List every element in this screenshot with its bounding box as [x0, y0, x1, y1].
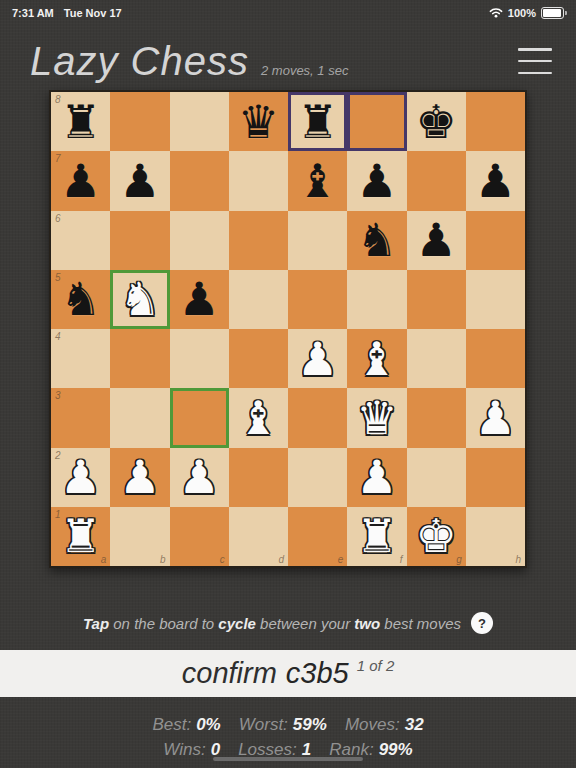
- file-label: f: [400, 554, 403, 565]
- rank-label: 8: [55, 94, 61, 105]
- black-queen: ♛: [238, 99, 279, 145]
- square-a4[interactable]: 4: [51, 329, 110, 388]
- square-h3[interactable]: ♟: [466, 388, 525, 447]
- file-label: g: [456, 554, 462, 565]
- rank-label: 3: [55, 390, 61, 401]
- square-f8[interactable]: [347, 92, 406, 151]
- square-a1[interactable]: 1a♜: [51, 507, 110, 566]
- square-a6[interactable]: 6: [51, 211, 110, 270]
- stat-label: Worst:: [239, 715, 288, 734]
- square-h7[interactable]: ♟: [466, 151, 525, 210]
- square-b6[interactable]: [110, 211, 169, 270]
- square-g8[interactable]: ♚: [407, 92, 466, 151]
- square-c8[interactable]: [170, 92, 229, 151]
- help-button[interactable]: ?: [471, 612, 493, 634]
- white-rook: ♜: [356, 513, 397, 559]
- square-f7[interactable]: ♟: [347, 151, 406, 210]
- confirm-action-label: confirm: [182, 657, 277, 690]
- square-h2[interactable]: [466, 448, 525, 507]
- white-king: ♚: [416, 513, 457, 559]
- app-subtitle: 2 moves, 1 sec: [261, 63, 348, 78]
- black-pawn: ♟: [179, 276, 220, 322]
- status-bar: 7:31 AM Tue Nov 17 100%: [0, 0, 576, 24]
- black-knight: ♞: [60, 276, 101, 322]
- square-f5[interactable]: [347, 270, 406, 329]
- square-f3[interactable]: ♛: [347, 388, 406, 447]
- square-d1[interactable]: d: [229, 507, 288, 566]
- square-g5[interactable]: [407, 270, 466, 329]
- white-pawn: ♟: [356, 454, 397, 500]
- square-h5[interactable]: [466, 270, 525, 329]
- file-label: e: [338, 554, 344, 565]
- stats-panel: Best:0%Worst:59%Moves:32Wins:0Losses:1Ra…: [0, 712, 576, 762]
- clock: 7:31 AM: [12, 7, 54, 19]
- black-pawn: ♟: [119, 158, 160, 204]
- white-pawn: ♟: [179, 454, 220, 500]
- square-a5[interactable]: 5♞: [51, 270, 110, 329]
- stats-row: Best:0%Worst:59%Moves:32: [0, 712, 576, 737]
- question-icon: ?: [478, 616, 486, 631]
- square-e4[interactable]: ♟: [288, 329, 347, 388]
- instruction-segment: on the board to: [109, 615, 218, 632]
- instruction-segment: Tap: [83, 615, 109, 632]
- square-e6[interactable]: [288, 211, 347, 270]
- rank-label: 6: [55, 213, 61, 224]
- battery-percent: 100%: [508, 7, 536, 19]
- stat-value: 59%: [293, 715, 327, 734]
- date: Tue Nov 17: [64, 7, 122, 19]
- square-a3[interactable]: 3: [51, 388, 110, 447]
- square-d5[interactable]: [229, 270, 288, 329]
- square-h6[interactable]: [466, 211, 525, 270]
- square-b4[interactable]: [110, 329, 169, 388]
- black-pawn: ♟: [60, 158, 101, 204]
- square-g4[interactable]: [407, 329, 466, 388]
- black-rook: ♜: [297, 99, 338, 145]
- square-e3[interactable]: [288, 388, 347, 447]
- white-rook: ♜: [60, 513, 101, 559]
- black-pawn: ♟: [475, 158, 516, 204]
- rank-label: 1: [55, 509, 61, 520]
- black-pawn: ♟: [356, 158, 397, 204]
- square-f4[interactable]: ♝: [347, 329, 406, 388]
- white-pawn: ♟: [119, 454, 160, 500]
- move-counter: 1 of 2: [357, 657, 395, 674]
- white-bishop: ♝: [238, 395, 279, 441]
- square-d2[interactable]: [229, 448, 288, 507]
- square-f6[interactable]: ♞: [347, 211, 406, 270]
- square-f2[interactable]: ♟: [347, 448, 406, 507]
- white-bishop: ♝: [356, 336, 397, 382]
- square-a2[interactable]: 2♟: [51, 448, 110, 507]
- square-b2[interactable]: ♟: [110, 448, 169, 507]
- file-label: h: [515, 554, 521, 565]
- file-label: d: [278, 554, 284, 565]
- square-c2[interactable]: ♟: [170, 448, 229, 507]
- stat-value: 0%: [196, 715, 221, 734]
- square-b1[interactable]: b: [110, 507, 169, 566]
- home-indicator[interactable]: [213, 757, 363, 761]
- square-a7[interactable]: 7♟: [51, 151, 110, 210]
- white-pawn: ♟: [297, 336, 338, 382]
- square-c1[interactable]: c: [170, 507, 229, 566]
- rank-label: 4: [55, 331, 61, 342]
- file-label: b: [160, 554, 166, 565]
- stat-value: 99%: [379, 740, 413, 759]
- instruction-segment: between your: [256, 615, 354, 632]
- instruction-segment: best moves: [380, 615, 461, 632]
- square-f1[interactable]: f♜: [347, 507, 406, 566]
- chess-board[interactable]: 8♜♛♜♚7♟♟♝♟♟6♞♟5♞♞♟4♟♝3♝♛♟2♟♟♟♟1a♜bcdef♜g…: [49, 90, 527, 568]
- instruction-segment: cycle: [218, 615, 256, 632]
- rank-label: 7: [55, 153, 61, 164]
- wifi-icon: [489, 7, 503, 20]
- square-b7[interactable]: ♟: [110, 151, 169, 210]
- instruction-bar: Tap on the board to cycle between your t…: [0, 612, 576, 634]
- square-b5[interactable]: ♞: [110, 270, 169, 329]
- stat-value: 32: [405, 715, 424, 734]
- stat-label: Best:: [152, 715, 191, 734]
- stat-pair: Moves:32: [345, 715, 424, 734]
- white-knight: ♞: [119, 276, 160, 322]
- square-d8[interactable]: ♛: [229, 92, 288, 151]
- square-a8[interactable]: 8♜: [51, 92, 110, 151]
- square-g2[interactable]: [407, 448, 466, 507]
- stat-label: Moves:: [345, 715, 400, 734]
- rank-label: 2: [55, 450, 61, 461]
- square-c4[interactable]: [170, 329, 229, 388]
- square-c7[interactable]: [170, 151, 229, 210]
- square-e7[interactable]: ♝: [288, 151, 347, 210]
- confirm-move-button[interactable]: confirm c3b5 1 of 2: [0, 650, 576, 697]
- confirm-move-text: c3b5: [286, 657, 349, 690]
- app-title: Lazy Chess: [30, 39, 249, 84]
- square-e8[interactable]: ♜: [288, 92, 347, 151]
- square-d7[interactable]: [229, 151, 288, 210]
- white-queen: ♛: [356, 395, 397, 441]
- app-screen: 7:31 AM Tue Nov 17 100% Lazy Chess 2 mov…: [0, 0, 576, 768]
- square-e1[interactable]: e: [288, 507, 347, 566]
- file-label: a: [101, 554, 107, 565]
- square-c3[interactable]: [170, 388, 229, 447]
- white-pawn: ♟: [60, 454, 101, 500]
- white-pawn: ♟: [475, 395, 516, 441]
- black-king: ♚: [416, 99, 457, 145]
- black-pawn: ♟: [416, 217, 457, 263]
- instruction-text: Tap on the board to cycle between your t…: [83, 615, 461, 632]
- square-c6[interactable]: [170, 211, 229, 270]
- square-d4[interactable]: [229, 329, 288, 388]
- square-g7[interactable]: [407, 151, 466, 210]
- square-g6[interactable]: ♟: [407, 211, 466, 270]
- header: Lazy Chess 2 moves, 1 sec: [0, 24, 576, 90]
- stat-pair: Wins:0: [163, 740, 220, 759]
- square-d6[interactable]: [229, 211, 288, 270]
- stat-label: Wins:: [163, 740, 205, 759]
- square-b8[interactable]: [110, 92, 169, 151]
- square-d3[interactable]: ♝: [229, 388, 288, 447]
- hamburger-icon: [518, 48, 552, 51]
- black-rook: ♜: [60, 99, 101, 145]
- stat-pair: Worst:59%: [239, 715, 327, 734]
- instruction-segment: two: [354, 615, 380, 632]
- stat-pair: Best:0%: [152, 715, 220, 734]
- square-e5[interactable]: [288, 270, 347, 329]
- rank-label: 5: [55, 272, 61, 283]
- square-c5[interactable]: ♟: [170, 270, 229, 329]
- square-g3[interactable]: [407, 388, 466, 447]
- square-e2[interactable]: [288, 448, 347, 507]
- square-g1[interactable]: g♚: [407, 507, 466, 566]
- square-h8[interactable]: [466, 92, 525, 151]
- file-label: c: [220, 554, 225, 565]
- black-knight: ♞: [356, 217, 397, 263]
- battery-icon: [541, 7, 564, 19]
- black-bishop: ♝: [297, 158, 338, 204]
- hamburger-menu-button[interactable]: [518, 48, 552, 74]
- square-h4[interactable]: [466, 329, 525, 388]
- square-h1[interactable]: h: [466, 507, 525, 566]
- square-b3[interactable]: [110, 388, 169, 447]
